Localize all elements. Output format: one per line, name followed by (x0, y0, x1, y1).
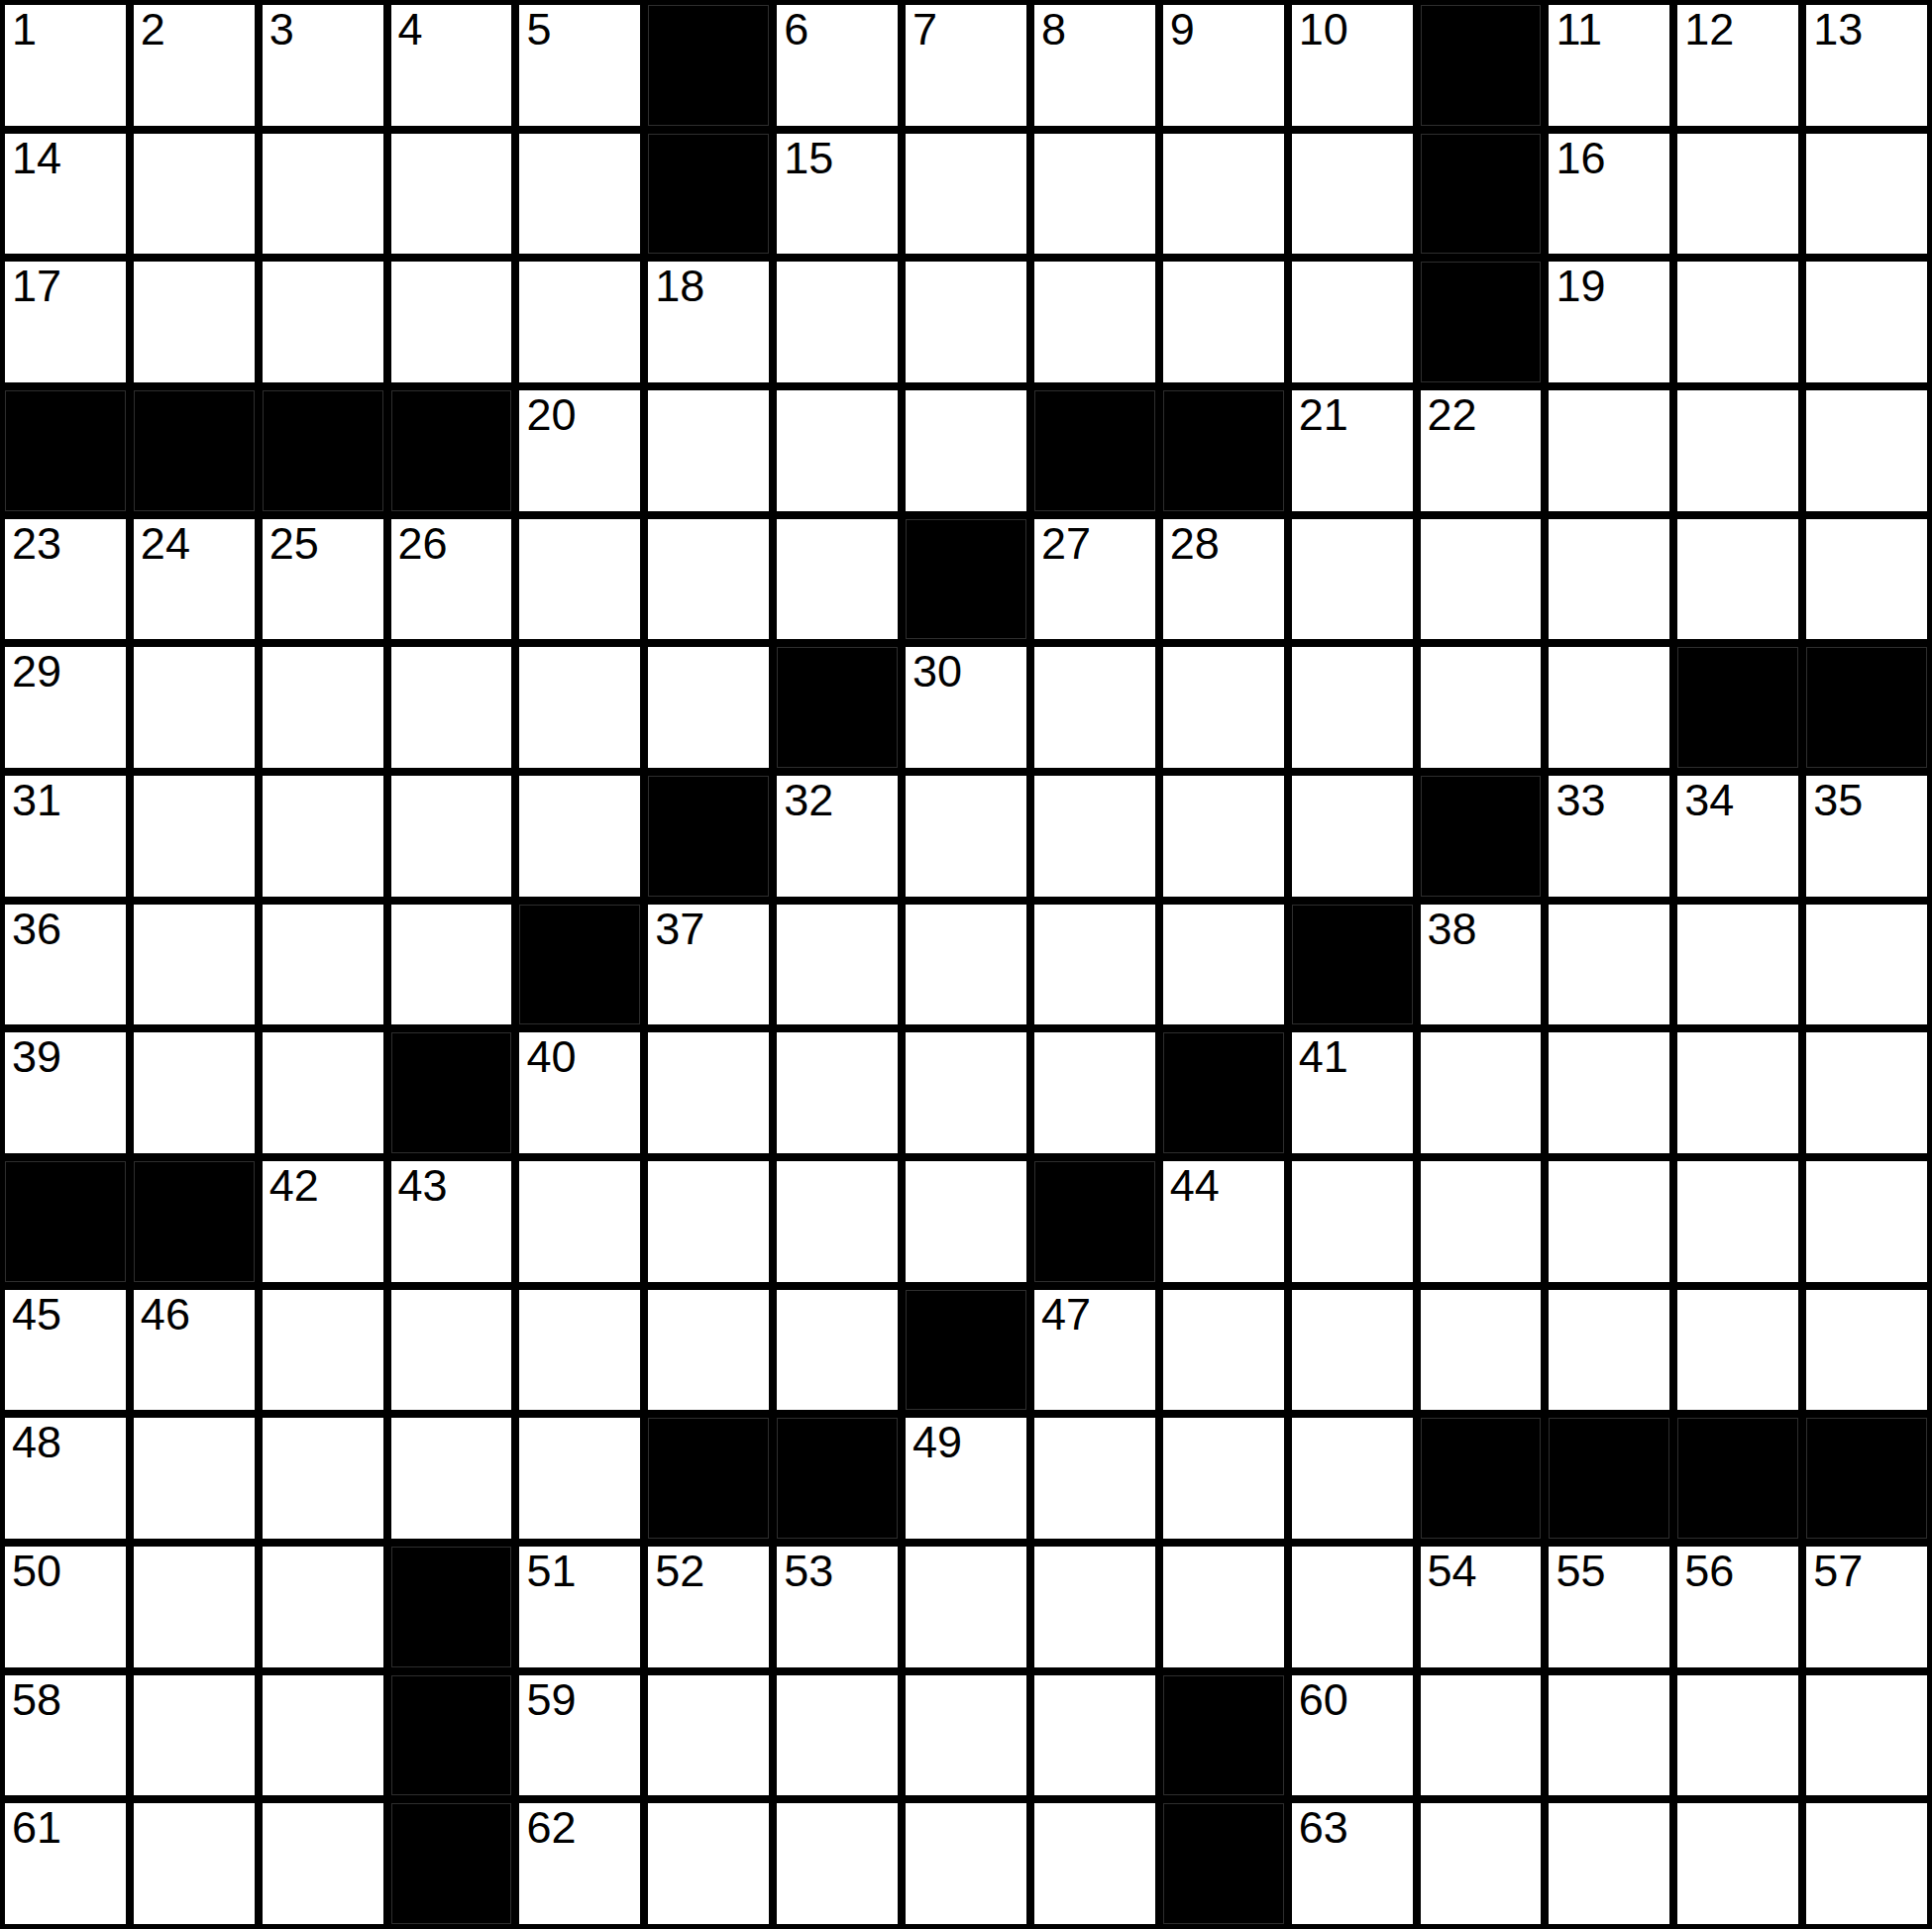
white-cell[interactable] (1677, 519, 1798, 640)
white-cell[interactable]: 11 (1549, 5, 1669, 126)
clue-number: 45 (12, 1291, 61, 1338)
black-cell (1163, 1803, 1284, 1924)
white-cell[interactable] (648, 1290, 769, 1411)
white-cell[interactable]: 14 (5, 134, 126, 255)
white-cell[interactable] (648, 1161, 769, 1282)
black-cell (5, 1161, 126, 1282)
white-cell[interactable]: 24 (134, 519, 255, 640)
clue-number: 34 (1684, 777, 1734, 823)
white-cell[interactable] (648, 519, 769, 640)
white-cell[interactable] (519, 134, 640, 255)
white-cell[interactable]: 20 (519, 390, 640, 511)
white-cell[interactable] (519, 1290, 640, 1411)
clue-number: 31 (12, 777, 61, 823)
white-cell[interactable] (1034, 776, 1155, 897)
white-cell[interactable]: 1 (5, 5, 126, 126)
white-cell[interactable] (1292, 1547, 1413, 1667)
black-cell (1421, 1418, 1542, 1539)
white-cell[interactable] (263, 776, 383, 897)
clue-number: 22 (1428, 391, 1477, 438)
white-cell[interactable] (134, 1032, 255, 1153)
white-cell[interactable] (1163, 776, 1284, 897)
clue-number: 37 (655, 906, 704, 952)
white-cell[interactable] (1292, 519, 1413, 640)
white-cell[interactable] (777, 390, 898, 511)
clue-number: 17 (12, 263, 61, 309)
clue-number: 20 (526, 391, 576, 438)
white-cell[interactable]: 33 (1549, 776, 1669, 897)
white-cell[interactable]: 62 (519, 1803, 640, 1924)
white-cell[interactable] (1549, 519, 1669, 640)
white-cell[interactable]: 45 (5, 1290, 126, 1411)
white-cell[interactable]: 32 (777, 776, 898, 897)
black-cell (648, 776, 769, 897)
white-cell[interactable] (1549, 647, 1669, 768)
white-cell[interactable]: 28 (1163, 519, 1284, 640)
white-cell[interactable] (1163, 1547, 1284, 1667)
white-cell[interactable]: 56 (1677, 1547, 1798, 1667)
white-cell[interactable] (1034, 905, 1155, 1025)
black-cell (648, 1418, 769, 1539)
white-cell[interactable]: 22 (1421, 390, 1542, 511)
white-cell[interactable] (1034, 1675, 1155, 1796)
white-cell[interactable] (906, 262, 1026, 382)
clue-number: 11 (1556, 6, 1602, 53)
clue-number: 18 (655, 263, 704, 309)
clue-number: 38 (1428, 906, 1477, 952)
black-cell (519, 905, 640, 1025)
clue-number: 30 (912, 648, 962, 695)
white-cell[interactable]: 61 (5, 1803, 126, 1924)
white-cell[interactable]: 57 (1806, 1547, 1927, 1667)
white-cell[interactable]: 49 (906, 1418, 1026, 1539)
white-cell[interactable] (1806, 1161, 1927, 1282)
black-cell (906, 1290, 1026, 1411)
white-cell[interactable]: 30 (906, 647, 1026, 768)
white-cell[interactable]: 6 (777, 5, 898, 126)
clue-number: 6 (784, 6, 808, 53)
white-cell[interactable]: 19 (1549, 262, 1669, 382)
white-cell[interactable] (777, 1290, 898, 1411)
clue-number: 13 (1813, 6, 1863, 53)
white-cell[interactable]: 55 (1549, 1547, 1669, 1667)
white-cell[interactable] (1034, 647, 1155, 768)
white-cell[interactable] (391, 134, 512, 255)
white-cell[interactable]: 42 (263, 1161, 383, 1282)
white-cell[interactable]: 36 (5, 905, 126, 1025)
black-cell (648, 134, 769, 255)
white-cell[interactable]: 48 (5, 1418, 126, 1539)
clue-number: 15 (784, 135, 833, 181)
clue-number: 12 (1684, 6, 1734, 53)
black-cell (1677, 1418, 1798, 1539)
white-cell[interactable] (391, 1418, 512, 1539)
white-cell[interactable] (263, 1675, 383, 1796)
clue-number: 63 (1299, 1804, 1348, 1851)
white-cell[interactable] (263, 1418, 383, 1539)
white-cell[interactable]: 46 (134, 1290, 255, 1411)
white-cell[interactable] (1163, 1290, 1284, 1411)
clue-number: 7 (912, 6, 937, 53)
white-cell[interactable] (519, 647, 640, 768)
white-cell[interactable] (263, 1290, 383, 1411)
white-cell[interactable] (1677, 905, 1798, 1025)
white-cell[interactable] (391, 1290, 512, 1411)
white-cell[interactable]: 15 (777, 134, 898, 255)
white-cell[interactable]: 43 (391, 1161, 512, 1282)
white-cell[interactable] (1806, 519, 1927, 640)
white-cell[interactable] (519, 776, 640, 897)
white-cell[interactable] (777, 1675, 898, 1796)
black-cell (1421, 5, 1542, 126)
black-cell (906, 519, 1026, 640)
white-cell[interactable] (906, 134, 1026, 255)
clue-number: 4 (398, 6, 423, 53)
clue-number: 55 (1556, 1548, 1605, 1594)
white-cell[interactable] (519, 262, 640, 382)
black-cell (1292, 905, 1413, 1025)
clue-number: 49 (912, 1419, 962, 1465)
white-cell[interactable]: 47 (1034, 1290, 1155, 1411)
white-cell[interactable]: 54 (1421, 1547, 1542, 1667)
clue-number: 26 (398, 520, 448, 567)
clue-number: 9 (1170, 6, 1195, 53)
clue-number: 2 (141, 6, 165, 53)
white-cell[interactable] (1549, 905, 1669, 1025)
black-cell (391, 390, 512, 511)
clue-number: 40 (526, 1033, 576, 1080)
white-cell[interactable] (263, 262, 383, 382)
white-cell[interactable]: 51 (519, 1547, 640, 1667)
white-cell[interactable] (263, 1803, 383, 1924)
clue-number: 48 (12, 1419, 61, 1465)
clue-number: 62 (526, 1804, 576, 1851)
white-cell[interactable] (906, 1675, 1026, 1796)
clue-number: 16 (1556, 135, 1605, 181)
clue-number: 51 (526, 1548, 576, 1594)
white-cell[interactable] (263, 647, 383, 768)
white-cell[interactable]: 3 (263, 5, 383, 126)
black-cell (391, 1547, 512, 1667)
black-cell (1806, 1418, 1927, 1539)
white-cell[interactable] (391, 776, 512, 897)
clue-number: 59 (526, 1676, 576, 1723)
white-cell[interactable] (777, 519, 898, 640)
white-cell[interactable]: 8 (1034, 5, 1155, 126)
white-cell[interactable]: 39 (5, 1032, 126, 1153)
clue-number: 32 (784, 777, 833, 823)
clue-number: 14 (12, 135, 61, 181)
white-cell[interactable]: 37 (648, 905, 769, 1025)
clue-number: 33 (1556, 777, 1605, 823)
white-cell[interactable]: 63 (1292, 1803, 1413, 1924)
clue-number: 36 (12, 906, 61, 952)
black-cell (1163, 1675, 1284, 1796)
black-cell (134, 1161, 255, 1282)
white-cell[interactable] (648, 1675, 769, 1796)
clue-number: 27 (1041, 520, 1091, 567)
white-cell[interactable] (134, 1803, 255, 1924)
white-cell[interactable] (134, 1547, 255, 1667)
white-cell[interactable] (134, 905, 255, 1025)
white-cell[interactable]: 5 (519, 5, 640, 126)
white-cell[interactable]: 13 (1806, 5, 1927, 126)
clue-number: 29 (12, 648, 61, 695)
white-cell[interactable] (1806, 1803, 1927, 1924)
white-cell[interactable] (1421, 1290, 1542, 1411)
white-cell[interactable]: 52 (648, 1547, 769, 1667)
white-cell[interactable] (1292, 647, 1413, 768)
white-cell[interactable] (1421, 1803, 1542, 1924)
white-cell[interactable] (648, 647, 769, 768)
white-cell[interactable] (1034, 1547, 1155, 1667)
white-cell[interactable] (906, 1161, 1026, 1282)
black-cell (1549, 1418, 1669, 1539)
clue-number: 23 (12, 520, 61, 567)
white-cell[interactable]: 59 (519, 1675, 640, 1796)
white-cell[interactable] (391, 647, 512, 768)
white-cell[interactable] (134, 1418, 255, 1539)
clue-number: 56 (1684, 1548, 1734, 1594)
white-cell[interactable] (134, 134, 255, 255)
white-cell[interactable] (1163, 905, 1284, 1025)
white-cell[interactable] (1677, 1161, 1798, 1282)
white-cell[interactable] (1549, 1290, 1669, 1411)
white-cell[interactable]: 12 (1677, 5, 1798, 126)
white-cell[interactable] (1421, 1675, 1542, 1796)
white-cell[interactable] (1163, 647, 1284, 768)
white-cell[interactable] (1677, 1032, 1798, 1153)
clue-number: 28 (1170, 520, 1220, 567)
black-cell (648, 5, 769, 126)
black-cell (263, 390, 383, 511)
clue-number: 41 (1299, 1033, 1348, 1080)
black-cell (134, 390, 255, 511)
white-cell[interactable] (134, 776, 255, 897)
white-cell[interactable] (391, 262, 512, 382)
clue-number: 50 (12, 1548, 61, 1594)
white-cell[interactable]: 60 (1292, 1675, 1413, 1796)
clue-number: 46 (141, 1291, 190, 1338)
clue-number: 57 (1813, 1548, 1863, 1594)
white-cell[interactable] (1292, 1290, 1413, 1411)
white-cell[interactable] (1163, 1418, 1284, 1539)
white-cell[interactable] (648, 1803, 769, 1924)
white-cell[interactable]: 50 (5, 1547, 126, 1667)
clue-number: 47 (1041, 1291, 1091, 1338)
white-cell[interactable] (1806, 1032, 1927, 1153)
white-cell[interactable] (134, 262, 255, 382)
white-cell[interactable]: 44 (1163, 1161, 1284, 1282)
clue-number: 39 (12, 1033, 61, 1080)
clue-number: 3 (269, 6, 294, 53)
white-cell[interactable] (906, 1803, 1026, 1924)
white-cell[interactable]: 26 (391, 519, 512, 640)
white-cell[interactable]: 35 (1806, 776, 1927, 897)
clue-number: 1 (12, 6, 37, 53)
black-cell (777, 1418, 898, 1539)
clue-number: 35 (1813, 777, 1863, 823)
white-cell[interactable] (648, 1032, 769, 1153)
white-cell[interactable] (777, 262, 898, 382)
clue-number: 10 (1299, 6, 1348, 53)
black-cell (1421, 262, 1542, 382)
white-cell[interactable] (1034, 1032, 1155, 1153)
black-cell (1421, 134, 1542, 255)
white-cell[interactable] (1677, 390, 1798, 511)
clue-number: 44 (1170, 1162, 1220, 1209)
white-cell[interactable] (263, 1032, 383, 1153)
clue-number: 43 (398, 1162, 448, 1209)
white-cell[interactable] (519, 1418, 640, 1539)
white-cell[interactable] (134, 1675, 255, 1796)
clue-number: 8 (1041, 6, 1066, 53)
clue-number: 42 (269, 1162, 319, 1209)
white-cell[interactable] (1421, 1161, 1542, 1282)
white-cell[interactable] (1677, 1675, 1798, 1796)
white-cell[interactable] (1292, 1418, 1413, 1539)
white-cell[interactable] (1677, 1290, 1798, 1411)
white-cell[interactable] (777, 1803, 898, 1924)
white-cell[interactable] (1163, 262, 1284, 382)
white-cell[interactable]: 58 (5, 1675, 126, 1796)
white-cell[interactable]: 27 (1034, 519, 1155, 640)
white-cell[interactable] (777, 1161, 898, 1282)
white-cell[interactable] (1677, 134, 1798, 255)
white-cell[interactable] (1034, 1418, 1155, 1539)
white-cell[interactable] (1292, 1161, 1413, 1282)
black-cell (777, 647, 898, 768)
white-cell[interactable] (1806, 905, 1927, 1025)
white-cell[interactable] (519, 1161, 640, 1282)
black-cell (1421, 776, 1542, 897)
black-cell (1806, 647, 1927, 768)
white-cell[interactable]: 21 (1292, 390, 1413, 511)
white-cell[interactable] (519, 519, 640, 640)
white-cell[interactable]: 40 (519, 1032, 640, 1153)
white-cell[interactable] (1292, 262, 1413, 382)
white-cell[interactable] (1677, 1803, 1798, 1924)
clue-number: 54 (1428, 1548, 1477, 1594)
clue-number: 60 (1299, 1676, 1348, 1723)
white-cell[interactable] (1549, 1032, 1669, 1153)
white-cell[interactable]: 29 (5, 647, 126, 768)
white-cell[interactable]: 7 (906, 5, 1026, 126)
white-cell[interactable]: 23 (5, 519, 126, 640)
black-cell (1677, 647, 1798, 768)
white-cell[interactable] (1292, 134, 1413, 255)
white-cell[interactable]: 4 (391, 5, 512, 126)
black-cell (391, 1032, 512, 1153)
black-cell (5, 390, 126, 511)
white-cell[interactable]: 17 (5, 262, 126, 382)
black-cell (1163, 1032, 1284, 1153)
white-cell[interactable] (1034, 1803, 1155, 1924)
white-cell[interactable] (1806, 134, 1927, 255)
white-cell[interactable] (263, 905, 383, 1025)
white-cell[interactable] (906, 1032, 1026, 1153)
black-cell (391, 1675, 512, 1796)
white-cell[interactable]: 25 (263, 519, 383, 640)
white-cell[interactable] (1549, 1675, 1669, 1796)
crossword-grid: 1234567891011121314151617181920212223242… (0, 0, 1932, 1929)
white-cell[interactable]: 34 (1677, 776, 1798, 897)
white-cell[interactable] (1034, 134, 1155, 255)
white-cell[interactable]: 18 (648, 262, 769, 382)
clue-number: 5 (526, 6, 551, 53)
white-cell[interactable] (1549, 1803, 1669, 1924)
white-cell[interactable] (1163, 134, 1284, 255)
white-cell[interactable]: 38 (1421, 905, 1542, 1025)
clue-number: 61 (12, 1804, 61, 1851)
white-cell[interactable] (906, 776, 1026, 897)
white-cell[interactable]: 31 (5, 776, 126, 897)
white-cell[interactable] (1806, 1675, 1927, 1796)
clue-number: 19 (1556, 263, 1605, 309)
white-cell[interactable] (1677, 262, 1798, 382)
clue-number: 24 (141, 520, 190, 567)
black-cell (1034, 1161, 1155, 1282)
white-cell[interactable] (1806, 262, 1927, 382)
clue-number: 25 (269, 520, 319, 567)
white-cell[interactable] (1549, 390, 1669, 511)
white-cell[interactable]: 10 (1292, 5, 1413, 126)
white-cell[interactable]: 41 (1292, 1032, 1413, 1153)
white-cell[interactable] (391, 905, 512, 1025)
white-cell[interactable] (777, 1032, 898, 1153)
black-cell (1034, 390, 1155, 511)
white-cell[interactable] (906, 1547, 1026, 1667)
white-cell[interactable] (906, 905, 1026, 1025)
white-cell[interactable] (648, 390, 769, 511)
black-cell (1163, 390, 1284, 511)
white-cell[interactable] (1421, 647, 1542, 768)
white-cell[interactable]: 53 (777, 1547, 898, 1667)
white-cell[interactable] (1549, 1161, 1669, 1282)
white-cell[interactable] (263, 134, 383, 255)
white-cell[interactable] (777, 905, 898, 1025)
white-cell[interactable]: 2 (134, 5, 255, 126)
clue-number: 58 (12, 1676, 61, 1723)
white-cell[interactable]: 9 (1163, 5, 1284, 126)
white-cell[interactable] (1034, 262, 1155, 382)
clue-number: 21 (1299, 391, 1348, 438)
clue-number: 52 (655, 1548, 704, 1594)
white-cell[interactable] (1292, 776, 1413, 897)
white-cell[interactable] (1806, 390, 1927, 511)
white-cell[interactable] (1421, 519, 1542, 640)
white-cell[interactable] (263, 1547, 383, 1667)
white-cell[interactable] (1806, 1290, 1927, 1411)
white-cell[interactable] (1421, 1032, 1542, 1153)
clue-number: 53 (784, 1548, 833, 1594)
white-cell[interactable]: 16 (1549, 134, 1669, 255)
white-cell[interactable] (134, 647, 255, 768)
black-cell (391, 1803, 512, 1924)
white-cell[interactable] (906, 390, 1026, 511)
